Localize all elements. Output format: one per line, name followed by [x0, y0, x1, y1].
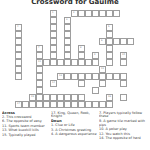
grid-cell[interactable]: [99, 101, 106, 108]
grid-cell[interactable]: [43, 101, 50, 108]
cell-number: 9: [94, 53, 95, 55]
cell-number: 10: [122, 53, 125, 55]
grid-cell[interactable]: 13: [57, 73, 64, 80]
grid-cell[interactable]: [50, 17, 57, 24]
grid-cell[interactable]: [85, 10, 92, 17]
grid-cell[interactable]: 5: [106, 24, 113, 31]
crossword-grid: 1234567891011121314151617: [15, 10, 134, 108]
grid-cell[interactable]: [113, 73, 120, 80]
grid-cell[interactable]: 9: [92, 52, 99, 59]
grid-cell[interactable]: [64, 38, 71, 45]
grid-cell[interactable]: [29, 101, 36, 108]
grid-cell[interactable]: [64, 73, 71, 80]
grid-cell[interactable]: [15, 45, 22, 52]
grid-cell[interactable]: [106, 73, 113, 80]
grid-cell[interactable]: [64, 59, 71, 66]
down-clues-column: 7. Players typically follow these9. A ga…: [99, 111, 149, 150]
grid-cell[interactable]: [57, 101, 64, 108]
grid-cell[interactable]: [92, 73, 99, 80]
grid-cell[interactable]: [78, 94, 85, 101]
grid-cell[interactable]: [85, 73, 92, 80]
clue-item: 15. Typically played: [2, 133, 49, 137]
grid-cell[interactable]: [57, 59, 64, 66]
grid-cell[interactable]: [78, 59, 85, 66]
grid-cell[interactable]: 3: [64, 17, 71, 24]
grid-cell[interactable]: [36, 52, 43, 59]
grid-cell[interactable]: [120, 73, 127, 80]
grid-cell[interactable]: [43, 59, 50, 66]
grid-cell[interactable]: [64, 52, 71, 59]
grid-cell[interactable]: [36, 73, 43, 80]
middle-clues-column: 17. King, Queen, Rook, KnightDown1. Clue…: [51, 111, 97, 150]
grid-cell[interactable]: [57, 94, 64, 101]
clue-item: 10. A poker play: [99, 127, 149, 131]
grid-cell[interactable]: 14: [50, 80, 57, 87]
grid-cell[interactable]: 12: [99, 66, 106, 73]
grid-cell[interactable]: [106, 52, 113, 59]
grid-cell[interactable]: 2: [71, 10, 78, 17]
cell-number: 13: [59, 74, 62, 76]
cell-number: 4: [17, 25, 18, 27]
grid-cell[interactable]: [50, 24, 57, 31]
grid-cell[interactable]: [71, 101, 78, 108]
clue-item: 4. A dangerous experience: [51, 132, 97, 136]
grid-cell[interactable]: 4: [15, 24, 22, 31]
clue-item: 1. Clue or Life: [51, 123, 97, 127]
grid-cell[interactable]: [36, 80, 43, 87]
grid-cell[interactable]: [50, 31, 57, 38]
grid-cell[interactable]: [106, 59, 113, 66]
grid-cell[interactable]: 17: [15, 101, 22, 108]
cell-number: 1: [52, 11, 53, 13]
grid-cell[interactable]: [113, 38, 120, 45]
grid-cell[interactable]: 15: [29, 94, 36, 101]
grid-cell[interactable]: [99, 80, 106, 87]
grid-cell[interactable]: [22, 101, 29, 108]
grid-cell[interactable]: [50, 45, 57, 52]
grid-cell[interactable]: [36, 66, 43, 73]
grid-cell[interactable]: [78, 73, 85, 80]
grid-cell[interactable]: [15, 59, 22, 66]
grid-cell[interactable]: 8: [78, 45, 85, 52]
grid-cell[interactable]: [64, 24, 71, 31]
cell-number: 5: [108, 25, 109, 27]
grid-cell[interactable]: [15, 38, 22, 45]
grid-cell[interactable]: [43, 94, 50, 101]
grid-cell[interactable]: [99, 10, 106, 17]
clue-item: 14. The opposite of hard: [99, 136, 149, 140]
down-clues: 7. Players typically follow these9. A ga…: [99, 111, 149, 140]
cell-number: 6: [101, 39, 102, 41]
cell-number: 7: [38, 46, 39, 48]
grid-cell[interactable]: [71, 59, 78, 66]
cell-number: 17: [17, 102, 20, 104]
across-clues-column: Across2. This crossword6. The opposite o…: [2, 111, 49, 150]
grid-cell[interactable]: [71, 94, 78, 101]
cell-number: 3: [66, 18, 67, 20]
grid-cell[interactable]: [120, 94, 127, 101]
grid-cell[interactable]: [92, 59, 99, 66]
grid-cell[interactable]: [50, 94, 57, 101]
clue-item: 7. Players typically follow these: [99, 111, 149, 118]
cell-number: 14: [52, 81, 55, 83]
grid-cell[interactable]: [85, 101, 92, 108]
grid-cell[interactable]: [78, 101, 85, 108]
cell-number: 16: [108, 95, 111, 97]
grid-cell[interactable]: [15, 66, 22, 73]
grid-cell[interactable]: [36, 101, 43, 108]
grid-cell[interactable]: [15, 73, 22, 80]
grid-cell[interactable]: 6: [99, 38, 106, 45]
grid-cell[interactable]: [50, 38, 57, 45]
grid-cell[interactable]: [85, 59, 92, 66]
grid-cell[interactable]: [64, 94, 71, 101]
cell-number: 12: [101, 67, 104, 69]
grid-cell[interactable]: [120, 38, 127, 45]
grid-cell[interactable]: 1: [50, 10, 57, 17]
crossword-page: Crossword for Gaulme 1234567891011121314…: [0, 0, 150, 150]
cell-number: 11: [38, 60, 41, 62]
grid-cell[interactable]: [106, 101, 113, 108]
cell-number: 2: [73, 11, 74, 13]
grid-cell[interactable]: [106, 31, 113, 38]
grid-cell[interactable]: [106, 38, 113, 45]
across-overflow-and-down-clues: 17. King, Queen, Rook, KnightDown1. Clue…: [51, 111, 97, 136]
grid-cell[interactable]: [120, 59, 127, 66]
grid-cell[interactable]: 7: [36, 45, 43, 52]
cell-number: 8: [80, 46, 81, 48]
grid-cell[interactable]: 10: [120, 52, 127, 59]
grid-cell[interactable]: [99, 73, 106, 80]
grid-cell[interactable]: [106, 45, 113, 52]
grid-cell[interactable]: [64, 31, 71, 38]
grid-cell[interactable]: [36, 94, 43, 101]
grid-cell[interactable]: [64, 45, 71, 52]
clue-item: 17. King, Queen, Rook, Knight: [51, 111, 97, 118]
grid-cell[interactable]: [92, 10, 99, 17]
grid-cell[interactable]: 16: [106, 94, 113, 101]
grid-cell[interactable]: [36, 87, 43, 94]
grid-cell[interactable]: [15, 31, 22, 38]
grid-cell[interactable]: 11: [36, 59, 43, 66]
grid-cell[interactable]: [78, 80, 85, 87]
grid-cell[interactable]: [71, 73, 78, 80]
grid-cell[interactable]: [113, 10, 120, 17]
grid-cell[interactable]: [64, 101, 71, 108]
puzzle-title: Crossword for Gaulme: [0, 0, 150, 6]
clue-item: 3. A Christmas greeting: [51, 128, 97, 132]
clue-item: 9. A game tile marked with pips: [99, 119, 149, 126]
grid-cell[interactable]: [127, 38, 134, 45]
grid-cell[interactable]: [106, 10, 113, 17]
grid-cell[interactable]: [78, 10, 85, 17]
grid-cell[interactable]: [50, 59, 57, 66]
grid-cell[interactable]: [92, 101, 99, 108]
grid-cell[interactable]: [92, 87, 99, 94]
grid-cell[interactable]: [78, 52, 85, 59]
across-clues: Across2. This crossword6. The opposite o…: [2, 111, 49, 137]
cell-number: 15: [31, 95, 34, 97]
grid-cell[interactable]: [15, 52, 22, 59]
grid-cell[interactable]: [50, 52, 57, 59]
grid-cell[interactable]: [120, 80, 127, 87]
grid-cell[interactable]: [50, 101, 57, 108]
